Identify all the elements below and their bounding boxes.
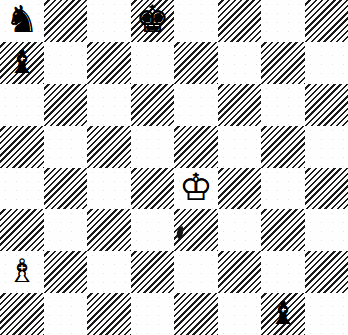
square-b3[interactable]	[44, 209, 88, 251]
black-bishop-piece[interactable]: ♝	[7, 46, 36, 78]
chess-board: ♞♚♝♔♗♝	[0, 0, 348, 335]
square-f4[interactable]	[218, 168, 262, 210]
square-e5[interactable]	[174, 126, 218, 168]
square-h5[interactable]	[305, 126, 348, 168]
black-bishop-piece[interactable]: ♝	[268, 297, 297, 329]
square-b7[interactable]	[44, 42, 88, 84]
square-a6[interactable]	[0, 84, 44, 126]
square-a1[interactable]	[0, 293, 44, 335]
square-g1[interactable]: ♝	[261, 293, 305, 335]
square-a3[interactable]	[0, 209, 44, 251]
white-bishop-piece[interactable]: ♗	[7, 255, 36, 287]
square-c6[interactable]	[87, 84, 131, 126]
square-a7[interactable]: ♝	[0, 42, 44, 84]
square-c8[interactable]	[87, 0, 131, 42]
square-f1[interactable]	[218, 293, 262, 335]
square-h8[interactable]	[305, 0, 348, 42]
chess-diagram: ♞♚♝♔♗♝	[0, 0, 348, 335]
square-a8[interactable]: ♞	[0, 0, 44, 42]
square-d7[interactable]	[131, 42, 175, 84]
square-c7[interactable]	[87, 42, 131, 84]
square-g2[interactable]	[261, 251, 305, 293]
square-d4[interactable]	[131, 168, 175, 210]
square-c4[interactable]	[87, 168, 131, 210]
square-h4[interactable]	[305, 168, 348, 210]
square-b1[interactable]	[44, 293, 88, 335]
square-f8[interactable]	[218, 0, 262, 42]
square-d1[interactable]	[131, 293, 175, 335]
square-b5[interactable]	[44, 126, 88, 168]
square-h6[interactable]	[305, 84, 348, 126]
square-a2[interactable]: ♗	[0, 251, 44, 293]
square-a4[interactable]	[0, 168, 44, 210]
square-c1[interactable]	[87, 293, 131, 335]
white-king-piece[interactable]: ♔	[179, 169, 212, 206]
square-e8[interactable]	[174, 0, 218, 42]
square-f2[interactable]	[218, 251, 262, 293]
square-h7[interactable]	[305, 42, 348, 84]
square-f6[interactable]	[218, 84, 262, 126]
square-g6[interactable]	[261, 84, 305, 126]
square-f5[interactable]	[218, 126, 262, 168]
square-f7[interactable]	[218, 42, 262, 84]
square-e4[interactable]: ♔	[174, 168, 218, 210]
square-b4[interactable]	[44, 168, 88, 210]
square-h3[interactable]	[305, 209, 348, 251]
square-d6[interactable]	[131, 84, 175, 126]
square-g4[interactable]	[261, 168, 305, 210]
square-f3[interactable]	[218, 209, 262, 251]
square-b8[interactable]	[44, 0, 88, 42]
black-knight-piece[interactable]: ♞	[5, 1, 38, 38]
square-d5[interactable]	[131, 126, 175, 168]
square-c3[interactable]	[87, 209, 131, 251]
square-g7[interactable]	[261, 42, 305, 84]
square-e1[interactable]	[174, 293, 218, 335]
square-g3[interactable]	[261, 209, 305, 251]
square-a5[interactable]	[0, 126, 44, 168]
square-b2[interactable]	[44, 251, 88, 293]
square-d2[interactable]	[131, 251, 175, 293]
square-e7[interactable]	[174, 42, 218, 84]
square-c5[interactable]	[87, 126, 131, 168]
square-e2[interactable]	[174, 251, 218, 293]
square-h1[interactable]	[305, 293, 348, 335]
square-d3[interactable]	[131, 209, 175, 251]
square-e6[interactable]	[174, 84, 218, 126]
square-g5[interactable]	[261, 126, 305, 168]
square-g8[interactable]	[261, 0, 305, 42]
black-king-piece[interactable]: ♚	[136, 1, 169, 38]
square-d8[interactable]: ♚	[131, 0, 175, 42]
square-b6[interactable]	[44, 84, 88, 126]
square-h2[interactable]	[305, 251, 348, 293]
square-c2[interactable]	[87, 251, 131, 293]
